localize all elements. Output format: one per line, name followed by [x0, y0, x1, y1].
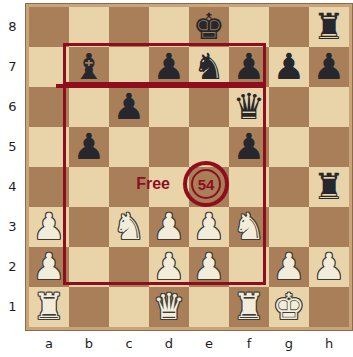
rank-label-5: 5 [0, 127, 25, 167]
square-h3[interactable] [309, 207, 349, 247]
piece-white-pawn-e3[interactable]: ♟ [193, 207, 225, 247]
piece-white-pawn-g2[interactable]: ♟ [273, 247, 305, 287]
square-b2[interactable] [69, 247, 109, 287]
file-label-b: b [69, 333, 109, 355]
piece-white-rook-f1[interactable]: ♜ [233, 287, 265, 327]
rank-label-1: 1 [0, 287, 25, 327]
piece-white-pawn-h2[interactable]: ♟ [313, 247, 345, 287]
square-e1[interactable] [189, 287, 229, 327]
square-c7[interactable] [109, 47, 149, 87]
square-g2[interactable]: ♟ [269, 247, 309, 287]
square-e6[interactable] [189, 87, 229, 127]
square-g6[interactable] [269, 87, 309, 127]
square-d6[interactable] [149, 87, 189, 127]
file-label-g: g [269, 333, 309, 355]
square-h4[interactable]: ♜ [309, 167, 349, 207]
square-g3[interactable] [269, 207, 309, 247]
square-d2[interactable]: ♟ [149, 247, 189, 287]
file-label-e: e [189, 333, 229, 355]
square-b7[interactable]: ♝ [69, 47, 109, 87]
square-g1[interactable]: ♚ [269, 287, 309, 327]
piece-black-pawn-h7[interactable]: ♟ [313, 47, 345, 87]
piece-black-pawn-g7[interactable]: ♟ [273, 47, 305, 87]
square-f3[interactable]: ♞ [229, 207, 269, 247]
square-b6[interactable] [69, 87, 109, 127]
chess-board: ♚♜♝♟♞♟♟♟♟♛♟♟♜♟♞♟♟♞♟♟♟♟♟♜♛♜♚ [29, 7, 349, 327]
square-c5[interactable] [109, 127, 149, 167]
piece-black-bishop-b7[interactable]: ♝ [73, 47, 105, 87]
piece-black-queen-f6[interactable]: ♛ [233, 87, 265, 127]
square-g7[interactable]: ♟ [269, 47, 309, 87]
square-c1[interactable] [109, 287, 149, 327]
file-label-d: d [149, 333, 189, 355]
square-f7[interactable]: ♟ [229, 47, 269, 87]
square-f6[interactable]: ♛ [229, 87, 269, 127]
square-b3[interactable] [69, 207, 109, 247]
rank-label-3: 3 [0, 207, 25, 247]
square-a7[interactable] [29, 47, 69, 87]
piece-white-queen-d1[interactable]: ♛ [153, 287, 185, 327]
square-g5[interactable] [269, 127, 309, 167]
square-h7[interactable]: ♟ [309, 47, 349, 87]
square-e5[interactable] [189, 127, 229, 167]
square-d5[interactable] [149, 127, 189, 167]
piece-white-knight-f3[interactable]: ♞ [233, 207, 265, 247]
square-a1[interactable]: ♜ [29, 287, 69, 327]
file-label-h: h [309, 333, 349, 355]
square-h8[interactable]: ♜ [309, 7, 349, 47]
square-f2[interactable] [229, 247, 269, 287]
square-c6[interactable]: ♟ [109, 87, 149, 127]
piece-white-pawn-a3[interactable]: ♟ [33, 207, 65, 247]
piece-white-rook-a1[interactable]: ♜ [33, 287, 65, 327]
square-a6[interactable] [29, 87, 69, 127]
piece-white-pawn-d3[interactable]: ♟ [153, 207, 185, 247]
square-g8[interactable] [269, 7, 309, 47]
square-c8[interactable] [109, 7, 149, 47]
piece-black-pawn-c6[interactable]: ♟ [113, 87, 145, 127]
rank-label-7: 7 [0, 47, 25, 87]
square-e2[interactable]: ♟ [189, 247, 229, 287]
piece-black-pawn-d7[interactable]: ♟ [153, 47, 185, 87]
piece-white-pawn-a2[interactable]: ♟ [33, 247, 65, 287]
square-c3[interactable]: ♞ [109, 207, 149, 247]
square-f8[interactable] [229, 7, 269, 47]
square-b8[interactable] [69, 7, 109, 47]
square-e3[interactable]: ♟ [189, 207, 229, 247]
square-h2[interactable]: ♟ [309, 247, 349, 287]
square-g4[interactable] [269, 167, 309, 207]
square-e4[interactable] [189, 167, 229, 207]
square-d8[interactable] [149, 7, 189, 47]
piece-black-pawn-f7[interactable]: ♟ [233, 47, 265, 87]
square-a4[interactable] [29, 167, 69, 207]
square-a5[interactable] [29, 127, 69, 167]
board-frame: ♚♜♝♟♞♟♟♟♟♛♟♟♜♟♞♟♟♞♟♟♟♟♟♜♛♜♚ Free 54 [25, 3, 353, 331]
square-d7[interactable]: ♟ [149, 47, 189, 87]
piece-black-pawn-b5[interactable]: ♟ [73, 127, 105, 167]
piece-white-king-g1[interactable]: ♚ [273, 287, 305, 327]
square-b5[interactable]: ♟ [69, 127, 109, 167]
rank-label-6: 6 [0, 87, 25, 127]
piece-black-rook-h4[interactable]: ♜ [313, 167, 345, 207]
square-h6[interactable] [309, 87, 349, 127]
piece-black-king-e8[interactable]: ♚ [193, 7, 225, 47]
piece-white-knight-c3[interactable]: ♞ [113, 207, 145, 247]
square-e8[interactable]: ♚ [189, 7, 229, 47]
square-d1[interactable]: ♛ [149, 287, 189, 327]
piece-black-pawn-f5[interactable]: ♟ [233, 127, 265, 167]
square-a8[interactable] [29, 7, 69, 47]
file-label-row: abcdefgh [29, 333, 349, 355]
piece-black-rook-h8[interactable]: ♜ [313, 7, 345, 47]
square-b1[interactable] [69, 287, 109, 327]
square-e7[interactable]: ♞ [189, 47, 229, 87]
square-a2[interactable]: ♟ [29, 247, 69, 287]
square-c2[interactable] [109, 247, 149, 287]
square-h1[interactable] [309, 287, 349, 327]
rank-label-2: 2 [0, 247, 25, 287]
square-b4[interactable] [69, 167, 109, 207]
square-d4[interactable] [149, 167, 189, 207]
piece-black-knight-e7[interactable]: ♞ [193, 47, 225, 87]
file-label-f: f [229, 333, 269, 355]
square-h5[interactable] [309, 127, 349, 167]
square-f1[interactable]: ♜ [229, 287, 269, 327]
rank-label-column: 87654321 [0, 7, 25, 327]
rank-label-8: 8 [0, 7, 25, 47]
square-d3[interactable]: ♟ [149, 207, 189, 247]
square-f5[interactable]: ♟ [229, 127, 269, 167]
piece-white-pawn-d2[interactable]: ♟ [153, 247, 185, 287]
square-c4[interactable] [109, 167, 149, 207]
rank-label-4: 4 [0, 167, 25, 207]
piece-white-pawn-e2[interactable]: ♟ [193, 247, 225, 287]
chess-board-panel: 87654321 ♚♜♝♟♞♟♟♟♟♛♟♟♜♟♞♟♟♞♟♟♟♟♟♜♛♜♚ Fre… [0, 0, 353, 357]
square-a3[interactable]: ♟ [29, 207, 69, 247]
file-label-a: a [29, 333, 69, 355]
square-f4[interactable] [229, 167, 269, 207]
file-label-c: c [109, 333, 149, 355]
